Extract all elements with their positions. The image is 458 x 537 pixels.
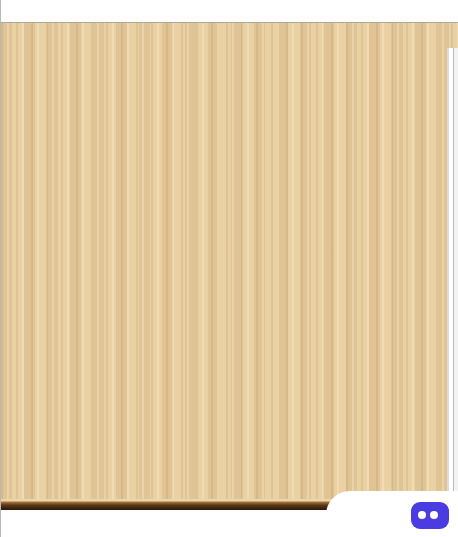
top-coordinate-bar — [1, 0, 458, 23]
gamepad-icon — [411, 502, 449, 529]
xiangqi-game-window — [0, 0, 458, 537]
watermark — [326, 491, 458, 537]
xiangqi-board[interactable] — [1, 22, 458, 511]
right-edge-panel — [447, 48, 458, 537]
